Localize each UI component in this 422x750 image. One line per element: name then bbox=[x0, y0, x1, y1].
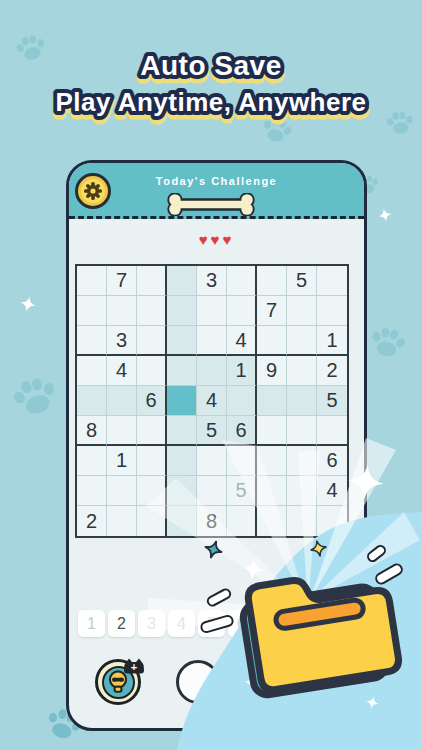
sudoku-board: 73573414192645856165428 bbox=[75, 264, 349, 538]
hero-line1: Auto Save bbox=[140, 50, 281, 81]
sparkle-star-icon bbox=[365, 695, 381, 711]
sudoku-cell-r5c3[interactable]: 6 bbox=[137, 386, 167, 416]
sudoku-cell-r8c2[interactable] bbox=[107, 476, 137, 506]
sudoku-cell-r6c1[interactable]: 8 bbox=[77, 416, 107, 446]
sudoku-cell-r8c5[interactable] bbox=[197, 476, 227, 506]
sudoku-cell-r2c1[interactable] bbox=[77, 296, 107, 326]
app-screenshot: Auto Save Auto Save Play Anytime, Anywhe… bbox=[0, 0, 422, 750]
game-header: Today's Challenge bbox=[69, 163, 364, 219]
lives-hearts: ♥♥♥ bbox=[69, 231, 364, 248]
sudoku-cell-r1c2[interactable]: 7 bbox=[107, 266, 137, 296]
sudoku-cell-r5c4[interactable] bbox=[167, 386, 197, 416]
sudoku-cell-r8c4[interactable] bbox=[167, 476, 197, 506]
sudoku-cell-r9c6[interactable] bbox=[227, 506, 257, 536]
sudoku-cell-r7c3[interactable] bbox=[137, 446, 167, 476]
sudoku-cell-r7c4[interactable] bbox=[167, 446, 197, 476]
sudoku-cell-r9c1[interactable]: 2 bbox=[77, 506, 107, 536]
sudoku-cell-r5c2[interactable] bbox=[107, 386, 137, 416]
sudoku-cell-r4c6[interactable]: 1 bbox=[227, 356, 257, 386]
plus-badge-icon: + bbox=[123, 657, 145, 675]
sudoku-cell-r8c9[interactable]: 4 bbox=[317, 476, 347, 506]
numpad-button-2[interactable]: 2 bbox=[108, 610, 135, 637]
sudoku-cell-r1c9[interactable] bbox=[317, 266, 347, 296]
sudoku-cell-r6c8[interactable] bbox=[287, 416, 317, 446]
sudoku-cell-r3c9[interactable]: 1 bbox=[317, 326, 347, 356]
sudoku-cell-r7c7[interactable] bbox=[257, 446, 287, 476]
hint-button[interactable]: + bbox=[95, 659, 141, 705]
bone-progress-bar bbox=[161, 193, 261, 216]
sudoku-cell-r8c7[interactable] bbox=[257, 476, 287, 506]
sudoku-cell-r2c8[interactable] bbox=[287, 296, 317, 326]
sudoku-cell-r8c3[interactable] bbox=[137, 476, 167, 506]
hero-line2: Play Anytime, Anywhere bbox=[55, 87, 366, 117]
sudoku-cell-r3c8[interactable] bbox=[287, 326, 317, 356]
yellow-sparkle-icon bbox=[308, 538, 328, 558]
sudoku-cell-r9c9[interactable] bbox=[317, 506, 347, 536]
sudoku-cell-r6c9[interactable] bbox=[317, 416, 347, 446]
sudoku-cell-r7c6[interactable] bbox=[227, 446, 257, 476]
sudoku-cell-r4c1[interactable] bbox=[77, 356, 107, 386]
sudoku-cell-r5c6[interactable] bbox=[227, 386, 257, 416]
sudoku-cell-r6c5[interactable]: 5 bbox=[197, 416, 227, 446]
sudoku-cell-r5c8[interactable] bbox=[287, 386, 317, 416]
sudoku-cell-r7c1[interactable] bbox=[77, 446, 107, 476]
sudoku-cell-r7c9[interactable]: 6 bbox=[317, 446, 347, 476]
sudoku-cell-r4c9[interactable]: 2 bbox=[317, 356, 347, 386]
sudoku-cell-r3c6[interactable]: 4 bbox=[227, 326, 257, 356]
sparkle-star-icon bbox=[377, 207, 394, 224]
sudoku-cell-r4c8[interactable] bbox=[287, 356, 317, 386]
sudoku-cell-r9c5[interactable]: 8 bbox=[197, 506, 227, 536]
sudoku-cell-r1c7[interactable] bbox=[257, 266, 287, 296]
sudoku-cell-r4c7[interactable]: 9 bbox=[257, 356, 287, 386]
sudoku-cell-r5c9[interactable]: 5 bbox=[317, 386, 347, 416]
hero-title: Auto Save Auto Save Play Anytime, Anywhe… bbox=[0, 18, 422, 138]
sudoku-cell-r2c7[interactable]: 7 bbox=[257, 296, 287, 326]
sudoku-cell-r6c4[interactable] bbox=[167, 416, 197, 446]
sudoku-cell-r3c7[interactable] bbox=[257, 326, 287, 356]
sudoku-cell-r6c6[interactable]: 6 bbox=[227, 416, 257, 446]
sudoku-cell-r7c2[interactable]: 1 bbox=[107, 446, 137, 476]
numpad-button-4[interactable]: 4 bbox=[168, 610, 195, 637]
paw-print-icon bbox=[8, 370, 62, 422]
sudoku-cell-r9c4[interactable] bbox=[167, 506, 197, 536]
sudoku-cell-r2c9[interactable] bbox=[317, 296, 347, 326]
sudoku-cell-r8c6[interactable]: 5 bbox=[227, 476, 257, 506]
sudoku-cell-r1c4[interactable] bbox=[167, 266, 197, 296]
sudoku-cell-r3c2[interactable]: 3 bbox=[107, 326, 137, 356]
sudoku-cell-r1c8[interactable]: 5 bbox=[287, 266, 317, 296]
sudoku-cell-r5c1[interactable] bbox=[77, 386, 107, 416]
sudoku-cell-r5c5[interactable]: 4 bbox=[197, 386, 227, 416]
sudoku-cell-r5c7[interactable] bbox=[257, 386, 287, 416]
sudoku-cell-r3c4[interactable] bbox=[167, 326, 197, 356]
sudoku-cell-r6c2[interactable] bbox=[107, 416, 137, 446]
sudoku-cell-r9c3[interactable] bbox=[137, 506, 167, 536]
challenge-title: Today's Challenge bbox=[69, 175, 364, 187]
sparkle-star-icon bbox=[346, 462, 386, 502]
numpad-button-3[interactable]: 3 bbox=[138, 610, 165, 637]
sparkle-star-icon bbox=[241, 557, 266, 582]
sudoku-cell-r2c6[interactable] bbox=[227, 296, 257, 326]
sudoku-cell-r3c3[interactable] bbox=[137, 326, 167, 356]
sudoku-cell-r9c7[interactable] bbox=[257, 506, 287, 536]
sudoku-cell-r2c4[interactable] bbox=[167, 296, 197, 326]
sudoku-cell-r8c8[interactable] bbox=[287, 476, 317, 506]
paw-print-icon bbox=[367, 323, 409, 362]
sudoku-cell-r6c3[interactable] bbox=[137, 416, 167, 446]
sudoku-cell-r9c8[interactable] bbox=[287, 506, 317, 536]
sudoku-cell-r4c2[interactable]: 4 bbox=[107, 356, 137, 386]
sudoku-cell-r2c3[interactable] bbox=[137, 296, 167, 326]
sudoku-cell-r4c5[interactable] bbox=[197, 356, 227, 386]
sudoku-cell-r1c1[interactable] bbox=[77, 266, 107, 296]
secondary-round-button[interactable] bbox=[176, 660, 220, 704]
sudoku-cell-r6c7[interactable] bbox=[257, 416, 287, 446]
numpad-button-1[interactable]: 1 bbox=[78, 610, 105, 637]
sudoku-cell-r9c2[interactable] bbox=[107, 506, 137, 536]
sudoku-cell-r7c8[interactable] bbox=[287, 446, 317, 476]
sudoku-cell-r1c6[interactable] bbox=[227, 266, 257, 296]
sudoku-cell-r3c5[interactable] bbox=[197, 326, 227, 356]
sudoku-cell-r4c4[interactable] bbox=[167, 356, 197, 386]
svg-text:+: + bbox=[131, 661, 137, 673]
sparkle-star-icon bbox=[19, 295, 38, 314]
sudoku-cell-r3c1[interactable] bbox=[77, 326, 107, 356]
sudoku-cell-r1c5[interactable]: 3 bbox=[197, 266, 227, 296]
sudoku-cell-r1c3[interactable] bbox=[137, 266, 167, 296]
sudoku-cell-r2c5[interactable] bbox=[197, 296, 227, 326]
sudoku-cell-r7c5[interactable] bbox=[197, 446, 227, 476]
sudoku-cell-r8c1[interactable] bbox=[77, 476, 107, 506]
sudoku-cell-r2c2[interactable] bbox=[107, 296, 137, 326]
sudoku-cell-r4c3[interactable] bbox=[137, 356, 167, 386]
